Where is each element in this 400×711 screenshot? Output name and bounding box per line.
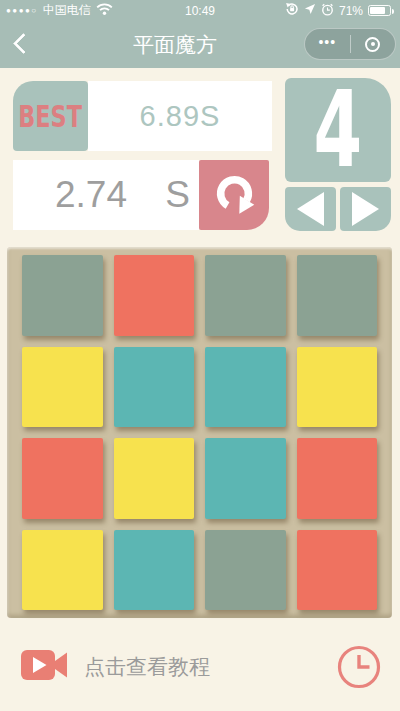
status-left: ●●●●○ 中国电信 <box>6 2 113 19</box>
best-label: BEST <box>19 98 83 134</box>
current-timer-box: 2.74 S <box>13 160 199 230</box>
back-button[interactable] <box>14 36 28 50</box>
tile-r2c2-T[interactable] <box>114 347 195 428</box>
tile-r2c3-T[interactable] <box>205 347 286 428</box>
clock-icon <box>336 676 382 693</box>
tile-r1c1-G[interactable] <box>22 255 103 336</box>
signal-strength-icon: ●●●●○ <box>6 7 38 15</box>
video-camera-icon <box>20 670 68 687</box>
tile-r4c3-G[interactable] <box>205 530 286 611</box>
tile-r2c4-Y[interactable] <box>297 347 378 428</box>
close-button[interactable] <box>351 29 396 59</box>
more-button[interactable]: ••• <box>305 29 350 59</box>
tile-r4c1-Y[interactable] <box>22 530 103 611</box>
restart-button[interactable] <box>199 160 269 230</box>
tutorial-label[interactable]: 点击查看教程 <box>84 653 210 681</box>
top-bar: ●●●●○ 中国电信 10:49 <box>0 0 400 68</box>
time-unit-label: S <box>165 174 190 216</box>
tile-r1c4-G[interactable] <box>297 255 378 336</box>
left-arrow-icon <box>297 192 324 226</box>
tutorial-video-button[interactable] <box>20 646 68 684</box>
timer-clock-button[interactable] <box>336 644 382 690</box>
tile-r3c1-R[interactable] <box>22 438 103 519</box>
level-number: 4 <box>314 81 363 179</box>
tile-r3c2-Y[interactable] <box>114 438 195 519</box>
level-display: 4 <box>285 78 391 182</box>
status-right: 71% <box>285 2 394 19</box>
miniprogram-capsule: ••• <box>304 28 396 60</box>
page-title: 平面魔方 <box>60 21 290 68</box>
rotation-lock-icon <box>285 2 299 19</box>
more-dots-icon: ••• <box>318 35 336 53</box>
best-time-box: 6.89S <box>88 81 272 151</box>
tile-r4c4-R[interactable] <box>297 530 378 611</box>
status-bar: ●●●●○ 中国电信 10:49 <box>0 0 400 21</box>
alarm-clock-icon <box>321 3 334 19</box>
refresh-icon <box>211 170 258 221</box>
tile-r2c1-Y[interactable] <box>22 347 103 428</box>
tile-r1c2-R[interactable] <box>114 255 195 336</box>
tile-r4c2-T[interactable] <box>114 530 195 611</box>
best-time-value: 6.89S <box>140 100 221 133</box>
nav-bar: 平面魔方 ••• <box>0 21 400 68</box>
tile-r1c3-G[interactable] <box>205 255 286 336</box>
board[interactable] <box>7 247 392 618</box>
close-circle-icon <box>365 37 380 52</box>
location-arrow-icon <box>304 3 316 18</box>
next-level-button[interactable] <box>340 187 391 231</box>
prev-level-button[interactable] <box>285 187 336 231</box>
tile-r3c4-R[interactable] <box>297 438 378 519</box>
battery-icon <box>368 5 391 16</box>
carrier-label: 中国电信 <box>43 2 91 19</box>
tile-r3c3-T[interactable] <box>205 438 286 519</box>
current-time-value: 2.74 <box>55 174 127 216</box>
app-screen: ●●●●○ 中国电信 10:49 <box>0 0 400 711</box>
wifi-icon <box>96 3 113 18</box>
right-arrow-icon <box>352 192 379 226</box>
battery-percent-label: 71% <box>339 4 363 18</box>
best-badge: BEST <box>13 81 88 151</box>
